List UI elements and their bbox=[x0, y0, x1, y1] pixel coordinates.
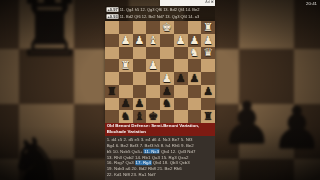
square[interactable] bbox=[105, 47, 119, 60]
square[interactable]: ♛ bbox=[201, 47, 215, 60]
moves-text: 16. Rxg7 Qa3 bbox=[107, 160, 135, 165]
white-P-piece[interactable]: ♟ bbox=[203, 35, 213, 46]
eval-badge-2: +0.93 bbox=[107, 14, 119, 19]
white-P-piece[interactable]: ♟ bbox=[162, 73, 172, 84]
square[interactable] bbox=[174, 85, 188, 98]
white-P-piece[interactable]: ♟ bbox=[148, 60, 158, 71]
black-R-piece[interactable]: ♜ bbox=[203, 111, 213, 122]
square[interactable] bbox=[188, 85, 202, 98]
square[interactable] bbox=[133, 47, 147, 60]
moves-text: 19. Nxb3 a6 20. Bd2 Rb8 21. Be2 Rh6 bbox=[107, 166, 182, 171]
background-piece: ♟ bbox=[271, 99, 320, 157]
move-list-rows: 1. d4 c5 2. d5 e5 3. e4 d6 4. Nc3 Be7 5.… bbox=[105, 136, 215, 179]
square[interactable]: ♝ bbox=[146, 34, 160, 47]
square[interactable] bbox=[119, 21, 133, 34]
square[interactable] bbox=[146, 72, 160, 85]
black-B-piece[interactable]: ♝ bbox=[134, 111, 144, 122]
square[interactable]: ♚ bbox=[160, 21, 174, 34]
square[interactable]: ♟ bbox=[188, 72, 202, 85]
square[interactable]: ♞ bbox=[188, 47, 202, 60]
square[interactable] bbox=[119, 47, 133, 60]
square[interactable] bbox=[146, 21, 160, 34]
square[interactable] bbox=[146, 98, 160, 111]
square[interactable] bbox=[201, 98, 215, 111]
square[interactable] bbox=[174, 110, 188, 123]
background-piece: ♞ bbox=[8, 130, 64, 180]
moves-text: b5 10. Nxb5 Qa5+ bbox=[107, 149, 144, 154]
screenshot: ♜♞♟♟ Ad ✕ +0.97 11. Qg4 h5 12. Qg3 Qf6 1… bbox=[0, 0, 320, 180]
square[interactable] bbox=[105, 21, 119, 34]
ad-label: Ad bbox=[206, 0, 210, 4]
square[interactable] bbox=[105, 110, 119, 123]
square[interactable]: ♟ bbox=[160, 85, 174, 98]
square[interactable] bbox=[188, 98, 202, 111]
square[interactable]: ♟ bbox=[119, 34, 133, 47]
eval-badge-1: +0.97 bbox=[107, 7, 119, 12]
moves-text: Qb4 12. Qd3 Nd7 bbox=[160, 149, 196, 154]
black-P-piece[interactable]: ♟ bbox=[162, 86, 172, 97]
background-piece: ♟ bbox=[221, 94, 273, 152]
black-P-piece[interactable]: ♟ bbox=[134, 98, 144, 109]
square[interactable] bbox=[160, 110, 174, 123]
square[interactable]: ♟ bbox=[201, 34, 215, 47]
square[interactable]: ♞ bbox=[160, 98, 174, 111]
moves-text: Bg4 6. Be2 Bxf3 7. Bxf3 h5 8. h4 Rh6 9. … bbox=[107, 143, 194, 148]
square[interactable] bbox=[119, 85, 133, 98]
square[interactable] bbox=[133, 72, 147, 85]
square[interactable] bbox=[105, 98, 119, 111]
moves-text: Qb4 18. Qb3 Qxb3 bbox=[152, 160, 190, 165]
ad-close-icon[interactable]: ✕ bbox=[211, 0, 214, 4]
engine-analysis-panel: +0.97 11. Qg4 h5 12. Qg3 Qf6 13. Bd2 Qf4… bbox=[105, 6, 215, 21]
black-P-piece[interactable]: ♟ bbox=[176, 73, 186, 84]
black-R-piece[interactable]: ♜ bbox=[107, 86, 117, 97]
square[interactable] bbox=[133, 85, 147, 98]
background-piece: ♜ bbox=[14, 0, 86, 68]
moves-text: 1. d4 c5 2. d5 e5 3. e4 d6 4. Nc3 Be7 5.… bbox=[107, 137, 193, 142]
square[interactable] bbox=[119, 72, 133, 85]
square[interactable]: ♝ bbox=[133, 110, 147, 123]
square[interactable] bbox=[174, 98, 188, 111]
engine-line-2-moves: 11. Bd2 Qf6 12. Be2 Nd7 13. Qg3 Qf4 14. … bbox=[120, 14, 200, 19]
black-N-piece[interactable]: ♞ bbox=[121, 111, 131, 122]
square[interactable]: ♚ bbox=[146, 110, 160, 123]
square[interactable] bbox=[105, 59, 119, 72]
square[interactable]: ♟ bbox=[146, 59, 160, 72]
square[interactable]: ♜ bbox=[201, 110, 215, 123]
square[interactable]: ♟ bbox=[174, 34, 188, 47]
square[interactable]: ♟ bbox=[201, 85, 215, 98]
engine-line-2[interactable]: +0.93 11. Bd2 Qf6 12. Be2 Nd7 13. Qg3 Qf… bbox=[105, 13, 215, 20]
square[interactable]: ♜ bbox=[201, 21, 215, 34]
square[interactable]: ♜ bbox=[119, 59, 133, 72]
ad-label-row: Ad ✕ bbox=[206, 0, 214, 4]
square[interactable] bbox=[105, 72, 119, 85]
square[interactable] bbox=[160, 47, 174, 60]
chess-app-column: Ad ✕ +0.97 11. Qg4 h5 12. Qg3 Qf6 13. Bd… bbox=[105, 0, 215, 180]
black-P-piece[interactable]: ♟ bbox=[121, 98, 131, 109]
white-R-piece[interactable]: ♜ bbox=[121, 60, 131, 71]
square[interactable]: ♟ bbox=[119, 98, 133, 111]
highlighted-move[interactable]: 17. Rg4 bbox=[135, 160, 152, 165]
square[interactable] bbox=[174, 59, 188, 72]
moves-text: 22. Kd1 Nf8 23. Ra1 Nd7 bbox=[107, 172, 156, 177]
white-N-piece[interactable]: ♞ bbox=[189, 47, 199, 58]
move-row[interactable]: 22. Kd1 Nf8 23. Ra1 Nd7 bbox=[107, 172, 215, 178]
square[interactable]: ♜ bbox=[105, 85, 119, 98]
square[interactable] bbox=[133, 59, 147, 72]
black-K-piece[interactable]: ♚ bbox=[148, 111, 158, 122]
square[interactable]: ♟ bbox=[133, 34, 147, 47]
square[interactable] bbox=[188, 21, 202, 34]
square[interactable] bbox=[174, 21, 188, 34]
white-B-piece[interactable]: ♝ bbox=[148, 35, 158, 46]
square[interactable]: ♟ bbox=[188, 34, 202, 47]
move-list[interactable]: 1. d4 c5 2. d5 e5 3. e4 d6 4. Nc3 Be7 5.… bbox=[105, 136, 215, 180]
square[interactable] bbox=[146, 85, 160, 98]
engine-line-1[interactable]: +0.97 11. Qg4 h5 12. Qg3 Qf6 13. Bd2 Qf4… bbox=[105, 6, 215, 13]
square[interactable] bbox=[105, 34, 119, 47]
white-Q-piece[interactable]: ♛ bbox=[203, 47, 213, 58]
square[interactable] bbox=[201, 72, 215, 85]
white-P-piece[interactable]: ♟ bbox=[134, 35, 144, 46]
engine-line-1-moves: 11. Qg4 h5 12. Qg3 Qf6 13. Bd2 Qf4 14. B… bbox=[120, 7, 200, 12]
square[interactable]: ♟ bbox=[133, 98, 147, 111]
square[interactable]: ♟ bbox=[174, 72, 188, 85]
square[interactable] bbox=[133, 21, 147, 34]
square[interactable] bbox=[188, 110, 202, 123]
recording-clock: 20:41 bbox=[306, 1, 317, 6]
opening-name: Old Benoni Defense: Semi-Benoni Variatio… bbox=[105, 123, 215, 135]
square[interactable] bbox=[188, 59, 202, 72]
white-P-piece[interactable]: ♟ bbox=[176, 35, 186, 46]
black-P-piece[interactable]: ♟ bbox=[189, 73, 199, 84]
square[interactable]: ♞ bbox=[119, 110, 133, 123]
chess-board[interactable]: ♚♜♟♟♝♟♟♟♞♛♜♟♟♟♟♜♟♟♟♟♞♞♝♚♜ bbox=[105, 21, 215, 123]
white-P-piece[interactable]: ♟ bbox=[121, 35, 131, 46]
square[interactable] bbox=[160, 34, 174, 47]
black-N-piece[interactable]: ♞ bbox=[162, 98, 172, 109]
white-R-piece[interactable]: ♜ bbox=[203, 22, 213, 33]
white-K-piece[interactable]: ♚ bbox=[162, 22, 172, 33]
square[interactable] bbox=[201, 59, 215, 72]
white-P-piece[interactable]: ♟ bbox=[189, 35, 199, 46]
highlighted-move[interactable]: 11. Nc3 bbox=[144, 149, 160, 154]
moves-text: 13. Rh3 Qxb2 14. Rb1 Qa3 15. Rg3 Qxa2 bbox=[107, 154, 189, 159]
square[interactable]: ♟ bbox=[160, 72, 174, 85]
square[interactable] bbox=[174, 47, 188, 60]
black-P-piece[interactable]: ♟ bbox=[203, 86, 213, 97]
square[interactable] bbox=[146, 47, 160, 60]
square[interactable] bbox=[160, 59, 174, 72]
